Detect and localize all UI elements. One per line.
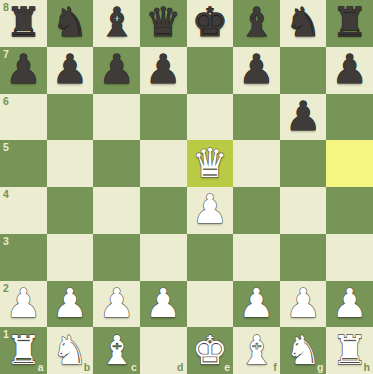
- square-a3[interactable]: 3: [0, 234, 47, 281]
- square-d7[interactable]: ♟: [140, 47, 187, 94]
- square-e5[interactable]: ♛: [187, 140, 234, 187]
- piece-black-pawn[interactable]: ♟: [239, 49, 275, 89]
- square-c7[interactable]: ♟: [93, 47, 140, 94]
- square-b4[interactable]: [47, 187, 94, 234]
- square-g6[interactable]: ♟: [280, 94, 327, 141]
- piece-black-pawn[interactable]: ♟: [285, 96, 321, 136]
- square-c4[interactable]: [93, 187, 140, 234]
- chess-board: 8♜♞♝♛♚♝♞♜7♟♟♟♟♟♟6♟5♛4♟32♟♟♟♟♟♟♟1a♜b♞c♝de…: [0, 0, 373, 374]
- rank-label-3: 3: [3, 235, 9, 247]
- piece-white-pawn[interactable]: ♟: [239, 283, 275, 323]
- piece-black-rook[interactable]: ♜: [332, 2, 368, 42]
- piece-white-bishop[interactable]: ♝: [239, 330, 275, 370]
- piece-white-king[interactable]: ♚: [192, 330, 228, 370]
- piece-black-queen[interactable]: ♛: [145, 2, 181, 42]
- square-a8[interactable]: 8♜: [0, 0, 47, 47]
- square-b5[interactable]: [47, 140, 94, 187]
- rank-label-6: 6: [3, 95, 9, 107]
- square-h1[interactable]: h♜: [326, 327, 373, 374]
- file-label-d: d: [177, 361, 183, 373]
- square-a1[interactable]: 1a♜: [0, 327, 47, 374]
- square-e6[interactable]: [187, 94, 234, 141]
- piece-white-knight[interactable]: ♞: [285, 330, 321, 370]
- square-h5[interactable]: [326, 140, 373, 187]
- square-g4[interactable]: [280, 187, 327, 234]
- piece-white-rook[interactable]: ♜: [332, 330, 368, 370]
- piece-black-pawn[interactable]: ♟: [52, 49, 88, 89]
- square-e7[interactable]: [187, 47, 234, 94]
- square-c6[interactable]: [93, 94, 140, 141]
- square-f5[interactable]: [233, 140, 280, 187]
- square-f1[interactable]: f♝: [233, 327, 280, 374]
- square-b6[interactable]: [47, 94, 94, 141]
- square-f2[interactable]: ♟: [233, 281, 280, 328]
- piece-white-bishop[interactable]: ♝: [99, 330, 135, 370]
- square-g8[interactable]: ♞: [280, 0, 327, 47]
- square-a2[interactable]: 2♟: [0, 281, 47, 328]
- piece-white-pawn[interactable]: ♟: [52, 283, 88, 323]
- rank-label-5: 5: [3, 141, 9, 153]
- square-f8[interactable]: ♝: [233, 0, 280, 47]
- square-g2[interactable]: ♟: [280, 281, 327, 328]
- square-a4[interactable]: 4: [0, 187, 47, 234]
- piece-black-knight[interactable]: ♞: [52, 2, 88, 42]
- square-f6[interactable]: [233, 94, 280, 141]
- piece-white-pawn[interactable]: ♟: [192, 189, 228, 229]
- square-b3[interactable]: [47, 234, 94, 281]
- square-g5[interactable]: [280, 140, 327, 187]
- square-b1[interactable]: b♞: [47, 327, 94, 374]
- square-c1[interactable]: c♝: [93, 327, 140, 374]
- square-d4[interactable]: [140, 187, 187, 234]
- square-e8[interactable]: ♚: [187, 0, 234, 47]
- piece-black-pawn[interactable]: ♟: [5, 49, 41, 89]
- square-d2[interactable]: ♟: [140, 281, 187, 328]
- square-h7[interactable]: ♟: [326, 47, 373, 94]
- square-d3[interactable]: [140, 234, 187, 281]
- piece-white-pawn[interactable]: ♟: [5, 283, 41, 323]
- piece-black-pawn[interactable]: ♟: [99, 49, 135, 89]
- piece-black-bishop[interactable]: ♝: [239, 2, 275, 42]
- square-f7[interactable]: ♟: [233, 47, 280, 94]
- piece-white-knight[interactable]: ♞: [52, 330, 88, 370]
- square-d6[interactable]: [140, 94, 187, 141]
- square-h4[interactable]: [326, 187, 373, 234]
- piece-white-queen[interactable]: ♛: [192, 143, 228, 183]
- square-a7[interactable]: 7♟: [0, 47, 47, 94]
- square-b7[interactable]: ♟: [47, 47, 94, 94]
- square-f3[interactable]: [233, 234, 280, 281]
- piece-white-pawn[interactable]: ♟: [332, 283, 368, 323]
- square-g3[interactable]: [280, 234, 327, 281]
- square-e4[interactable]: ♟: [187, 187, 234, 234]
- square-a5[interactable]: 5: [0, 140, 47, 187]
- piece-white-pawn[interactable]: ♟: [285, 283, 321, 323]
- square-f4[interactable]: [233, 187, 280, 234]
- square-g1[interactable]: g♞: [280, 327, 327, 374]
- square-h2[interactable]: ♟: [326, 281, 373, 328]
- piece-black-rook[interactable]: ♜: [5, 2, 41, 42]
- square-b8[interactable]: ♞: [47, 0, 94, 47]
- square-a6[interactable]: 6: [0, 94, 47, 141]
- piece-white-rook[interactable]: ♜: [5, 330, 41, 370]
- piece-white-pawn[interactable]: ♟: [145, 283, 181, 323]
- piece-white-pawn[interactable]: ♟: [99, 283, 135, 323]
- square-h8[interactable]: ♜: [326, 0, 373, 47]
- piece-black-knight[interactable]: ♞: [285, 2, 321, 42]
- square-h6[interactable]: [326, 94, 373, 141]
- piece-black-pawn[interactable]: ♟: [145, 49, 181, 89]
- square-c2[interactable]: ♟: [93, 281, 140, 328]
- square-d8[interactable]: ♛: [140, 0, 187, 47]
- square-d5[interactable]: [140, 140, 187, 187]
- square-b2[interactable]: ♟: [47, 281, 94, 328]
- rank-label-4: 4: [3, 188, 9, 200]
- piece-black-pawn[interactable]: ♟: [332, 49, 368, 89]
- piece-black-king[interactable]: ♚: [192, 2, 228, 42]
- square-c3[interactable]: [93, 234, 140, 281]
- piece-black-bishop[interactable]: ♝: [99, 2, 135, 42]
- square-c8[interactable]: ♝: [93, 0, 140, 47]
- square-g7[interactable]: [280, 47, 327, 94]
- square-e2[interactable]: [187, 281, 234, 328]
- square-d1[interactable]: d: [140, 327, 187, 374]
- square-h3[interactable]: [326, 234, 373, 281]
- square-e1[interactable]: e♚: [187, 327, 234, 374]
- square-e3[interactable]: [187, 234, 234, 281]
- square-c5[interactable]: [93, 140, 140, 187]
